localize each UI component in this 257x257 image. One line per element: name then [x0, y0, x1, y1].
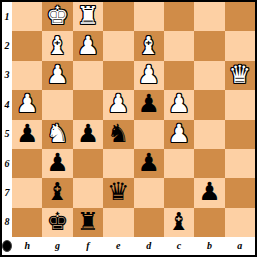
square-c2[interactable] — [164, 31, 194, 60]
rank-label-7: 7 — [2, 178, 12, 207]
square-d1[interactable] — [134, 2, 164, 31]
square-e6[interactable] — [103, 149, 133, 178]
square-f8[interactable]: ♜ — [73, 208, 103, 237]
square-d5[interactable] — [134, 120, 164, 149]
square-f1[interactable]: ♜ — [73, 2, 103, 31]
white-bishop[interactable]: ♝ — [137, 33, 159, 58]
square-f4[interactable] — [73, 90, 103, 119]
square-a8[interactable] — [225, 208, 255, 237]
white-knight[interactable]: ♞ — [46, 121, 68, 146]
file-label-c: c — [164, 237, 194, 255]
rank-label-4: 4 — [2, 90, 12, 119]
square-e2[interactable] — [103, 31, 133, 60]
square-f6[interactable] — [73, 149, 103, 178]
chess-board: 12345678♚♜♝♟♝♟♟♛♟♟♟♟♟♞♟♞♟♟♟♝♛♟♚♜♝hgfedcb… — [2, 2, 255, 255]
square-b6[interactable] — [194, 149, 224, 178]
file-label-f: f — [73, 237, 103, 255]
square-b4[interactable] — [194, 90, 224, 119]
black-pawn[interactable]: ♟ — [77, 121, 99, 146]
rank-label-1: 1 — [2, 2, 12, 31]
square-h4[interactable]: ♟ — [12, 90, 42, 119]
rank-label-6: 6 — [2, 149, 12, 178]
square-g5[interactable]: ♞ — [42, 120, 72, 149]
square-f3[interactable] — [73, 61, 103, 90]
square-d4[interactable]: ♟ — [134, 90, 164, 119]
square-e3[interactable] — [103, 61, 133, 90]
square-b2[interactable] — [194, 31, 224, 60]
square-h3[interactable] — [12, 61, 42, 90]
file-label-a: a — [225, 237, 255, 255]
file-label-d: d — [134, 237, 164, 255]
square-d2[interactable]: ♝ — [134, 31, 164, 60]
black-pawn[interactable]: ♟ — [16, 121, 38, 146]
rank-label-2: 2 — [2, 31, 12, 60]
square-b8[interactable] — [194, 208, 224, 237]
white-king[interactable]: ♚ — [46, 3, 68, 28]
white-pawn[interactable]: ♟ — [168, 121, 190, 146]
square-g1[interactable]: ♚ — [42, 2, 72, 31]
square-a5[interactable] — [225, 120, 255, 149]
rank-label-3: 3 — [2, 61, 12, 90]
square-g8[interactable]: ♚ — [42, 208, 72, 237]
square-e4[interactable]: ♟ — [103, 90, 133, 119]
square-a6[interactable] — [225, 149, 255, 178]
white-pawn[interactable]: ♟ — [137, 62, 159, 87]
square-a7[interactable] — [225, 178, 255, 207]
file-label-g: g — [42, 237, 72, 255]
white-bishop[interactable]: ♝ — [46, 33, 68, 58]
file-label-h: h — [12, 237, 42, 255]
square-d7[interactable] — [134, 178, 164, 207]
black-queen[interactable]: ♛ — [107, 179, 129, 204]
file-label-b: b — [194, 237, 224, 255]
square-h6[interactable] — [12, 149, 42, 178]
black-rook[interactable]: ♜ — [77, 209, 99, 234]
black-pawn[interactable]: ♟ — [137, 91, 159, 116]
white-queen[interactable]: ♛ — [229, 62, 251, 87]
white-pawn[interactable]: ♟ — [46, 62, 68, 87]
file-label-e: e — [103, 237, 133, 255]
rank-label-8: 8 — [2, 208, 12, 237]
square-c3[interactable] — [164, 61, 194, 90]
white-pawn[interactable]: ♟ — [107, 91, 129, 116]
black-king[interactable]: ♚ — [46, 209, 68, 234]
square-c6[interactable] — [164, 149, 194, 178]
square-a4[interactable] — [225, 90, 255, 119]
square-h2[interactable] — [12, 31, 42, 60]
square-b5[interactable] — [194, 120, 224, 149]
square-e5[interactable]: ♞ — [103, 120, 133, 149]
square-e8[interactable] — [103, 208, 133, 237]
black-pawn[interactable]: ♟ — [137, 150, 159, 175]
square-c1[interactable] — [164, 2, 194, 31]
square-c8[interactable]: ♝ — [164, 208, 194, 237]
square-a2[interactable] — [225, 31, 255, 60]
square-h7[interactable] — [12, 178, 42, 207]
white-rook[interactable]: ♜ — [77, 3, 99, 28]
square-h8[interactable] — [12, 208, 42, 237]
chess-diagram: 12345678♚♜♝♟♝♟♟♛♟♟♟♟♟♞♟♞♟♟♟♝♛♟♚♜♝hgfedcb… — [0, 0, 257, 257]
black-pawn[interactable]: ♟ — [198, 179, 220, 204]
square-h1[interactable] — [12, 2, 42, 31]
square-d8[interactable] — [134, 208, 164, 237]
white-pawn[interactable]: ♟ — [16, 91, 38, 116]
black-pawn[interactable]: ♟ — [46, 150, 68, 175]
rank-label-5: 5 — [2, 120, 12, 149]
square-g3[interactable]: ♟ — [42, 61, 72, 90]
square-f7[interactable] — [73, 178, 103, 207]
black-knight[interactable]: ♞ — [107, 121, 129, 146]
square-a3[interactable]: ♛ — [225, 61, 255, 90]
square-g7[interactable]: ♝ — [42, 178, 72, 207]
square-a1[interactable] — [225, 2, 255, 31]
black-bishop[interactable]: ♝ — [168, 209, 190, 234]
square-g2[interactable]: ♝ — [42, 31, 72, 60]
square-f2[interactable]: ♟ — [73, 31, 103, 60]
square-d6[interactable]: ♟ — [134, 149, 164, 178]
white-pawn[interactable]: ♟ — [168, 91, 190, 116]
black-bishop[interactable]: ♝ — [46, 179, 68, 204]
square-b1[interactable] — [194, 2, 224, 31]
square-c5[interactable]: ♟ — [164, 120, 194, 149]
square-f5[interactable]: ♟ — [73, 120, 103, 149]
corner-cell — [2, 237, 12, 255]
black-to-move-indicator — [2, 240, 12, 252]
square-d3[interactable]: ♟ — [134, 61, 164, 90]
square-c7[interactable] — [164, 178, 194, 207]
square-e1[interactable] — [103, 2, 133, 31]
square-b7[interactable]: ♟ — [194, 178, 224, 207]
square-c4[interactable]: ♟ — [164, 90, 194, 119]
square-b3[interactable] — [194, 61, 224, 90]
square-e7[interactable]: ♛ — [103, 178, 133, 207]
square-g4[interactable] — [42, 90, 72, 119]
square-h5[interactable]: ♟ — [12, 120, 42, 149]
white-pawn[interactable]: ♟ — [77, 33, 99, 58]
square-g6[interactable]: ♟ — [42, 149, 72, 178]
